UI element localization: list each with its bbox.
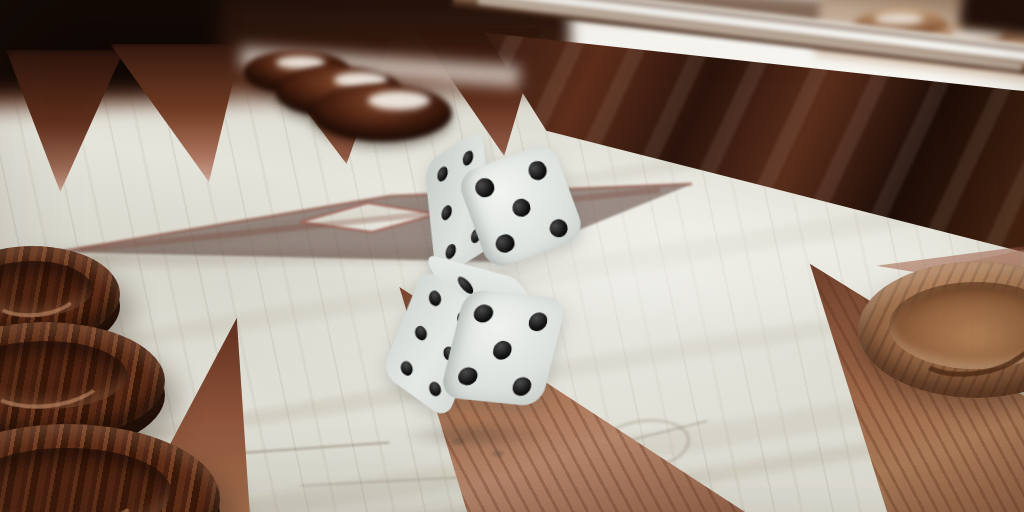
vignette [0,0,1024,512]
backgammon-scene [0,0,1024,512]
